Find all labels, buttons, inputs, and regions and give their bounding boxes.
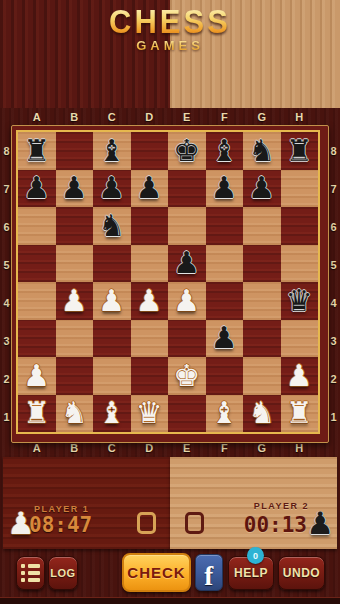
file-labels-top: ABCDEFGH — [18, 109, 322, 125]
square-c4[interactable]: ♟ — [93, 282, 131, 320]
app-title: CHESS — [109, 5, 231, 39]
facebook-button[interactable]: f — [195, 554, 223, 591]
log-button[interactable]: LOG — [48, 556, 78, 590]
white-rook-h1[interactable]: ♜ — [286, 395, 313, 431]
chess-board: ♜♝♚♝♞♜♟♟♟♟♟♟♞♟♟♟♟♟♛♟♟♚♟♜♞♝♛♝♞♜ — [16, 130, 320, 434]
square-e1[interactable] — [168, 395, 206, 433]
rank-label-4: 4 — [328, 284, 339, 322]
square-a1[interactable]: ♜ — [18, 395, 56, 433]
file-label-h: H — [281, 109, 319, 125]
square-g6[interactable] — [243, 207, 281, 245]
bottom-strip — [0, 597, 340, 604]
square-h4[interactable]: ♛ — [281, 282, 319, 320]
square-b6[interactable] — [56, 207, 94, 245]
square-e2[interactable]: ♚ — [168, 357, 206, 395]
square-g4[interactable] — [243, 282, 281, 320]
black-rook-h8[interactable]: ♜ — [286, 133, 313, 169]
square-f7[interactable]: ♟ — [206, 170, 244, 208]
square-h3[interactable] — [281, 320, 319, 358]
black-pawn-e5[interactable]: ♟ — [173, 245, 200, 281]
black-pawn-b7[interactable]: ♟ — [61, 170, 88, 206]
app-subtitle: GAMES — [0, 39, 340, 53]
square-e7[interactable] — [168, 170, 206, 208]
file-label-e: E — [168, 109, 206, 125]
rank-label-7: 7 — [328, 170, 339, 208]
square-c5[interactable] — [93, 245, 131, 283]
player2-name: PLAYER 2 — [254, 501, 309, 511]
square-g3[interactable] — [243, 320, 281, 358]
white-rook-a1[interactable]: ♜ — [23, 395, 50, 431]
file-label-f: F — [206, 109, 244, 125]
square-b1[interactable]: ♞ — [56, 395, 94, 433]
black-pawn-g7[interactable]: ♟ — [248, 170, 275, 206]
square-h5[interactable] — [281, 245, 319, 283]
square-d1[interactable]: ♛ — [131, 395, 169, 433]
chess-board-frame: ♜♝♚♝♞♜♟♟♟♟♟♟♞♟♟♟♟♟♛♟♟♚♟♜♞♝♛♝♞♜ — [11, 125, 329, 443]
square-c1[interactable]: ♝ — [93, 395, 131, 433]
white-king-e2[interactable]: ♚ — [173, 358, 200, 394]
square-b7[interactable]: ♟ — [56, 170, 94, 208]
black-queen-h4[interactable]: ♛ — [286, 283, 313, 319]
square-h8[interactable]: ♜ — [281, 132, 319, 170]
square-e3[interactable] — [168, 320, 206, 358]
square-a2[interactable]: ♟ — [18, 357, 56, 395]
square-d4[interactable]: ♟ — [131, 282, 169, 320]
toolbar: LOG CHECK f HELP 0 UNDO — [0, 549, 340, 604]
file-label-b: B — [56, 109, 94, 125]
square-f2[interactable] — [206, 357, 244, 395]
black-pawn-f7[interactable]: ♟ — [211, 170, 238, 206]
square-e8[interactable]: ♚ — [168, 132, 206, 170]
white-pawn-a2[interactable]: ♟ — [23, 358, 50, 394]
black-pawn-icon: ♟ — [306, 506, 334, 542]
player1-panel: ♟ PLAYER 1 08:47 — [3, 457, 170, 549]
square-e5[interactable]: ♟ — [168, 245, 206, 283]
square-d5[interactable] — [131, 245, 169, 283]
check-button[interactable]: CHECK — [122, 553, 191, 592]
square-e6[interactable] — [168, 207, 206, 245]
black-pawn-d7[interactable]: ♟ — [136, 170, 163, 206]
square-b5[interactable] — [56, 245, 94, 283]
rank-label-8: 8 — [328, 132, 339, 170]
white-bishop-f1[interactable]: ♝ — [211, 395, 238, 431]
player1-capture-counter — [137, 512, 156, 534]
black-bishop-c8[interactable]: ♝ — [98, 133, 125, 169]
black-pawn-f3[interactable]: ♟ — [211, 320, 238, 356]
square-a6[interactable] — [18, 207, 56, 245]
square-d6[interactable] — [131, 207, 169, 245]
rank-label-1: 1 — [328, 398, 339, 436]
square-b2[interactable] — [56, 357, 94, 395]
rank-label-6: 6 — [328, 208, 339, 246]
square-h1[interactable]: ♜ — [281, 395, 319, 433]
square-f3[interactable]: ♟ — [206, 320, 244, 358]
white-knight-b1[interactable]: ♞ — [61, 395, 88, 431]
square-b3[interactable] — [56, 320, 94, 358]
file-label-a: A — [18, 109, 56, 125]
black-knight-g8[interactable]: ♞ — [248, 133, 275, 169]
file-label-g: G — [243, 109, 281, 125]
square-c6[interactable]: ♞ — [93, 207, 131, 245]
white-pawn-c4[interactable]: ♟ — [98, 283, 125, 319]
rank-label-2: 2 — [328, 360, 339, 398]
white-bishop-c1[interactable]: ♝ — [98, 395, 125, 431]
header: CHESS GAMES — [0, 0, 340, 108]
square-g8[interactable]: ♞ — [243, 132, 281, 170]
square-d2[interactable] — [131, 357, 169, 395]
player2-capture-counter — [185, 512, 204, 534]
white-queen-d1[interactable]: ♛ — [136, 395, 163, 431]
white-knight-g1[interactable]: ♞ — [248, 395, 275, 431]
square-g5[interactable] — [243, 245, 281, 283]
file-label-d: D — [131, 109, 169, 125]
menu-list-button[interactable] — [16, 556, 45, 590]
square-a8[interactable]: ♜ — [18, 132, 56, 170]
square-e4[interactable]: ♟ — [168, 282, 206, 320]
square-a4[interactable] — [18, 282, 56, 320]
app-logo: CHESS GAMES — [0, 6, 340, 53]
black-bishop-f8[interactable]: ♝ — [211, 133, 238, 169]
square-f4[interactable] — [206, 282, 244, 320]
rank-label-3: 3 — [328, 322, 339, 360]
player2-panel: PLAYER 2 00:13 ♟ — [170, 457, 337, 549]
black-knight-c6[interactable]: ♞ — [98, 208, 125, 244]
facebook-icon: f — [204, 563, 214, 590]
square-f5[interactable] — [206, 245, 244, 283]
black-pawn-c7[interactable]: ♟ — [98, 170, 125, 206]
file-label-c: C — [93, 109, 131, 125]
square-d7[interactable]: ♟ — [131, 170, 169, 208]
undo-button[interactable]: UNDO — [278, 556, 325, 590]
square-d3[interactable] — [131, 320, 169, 358]
rank-labels-right: 87654321 — [328, 132, 339, 436]
help-badge: 0 — [247, 547, 264, 564]
square-a7[interactable]: ♟ — [18, 170, 56, 208]
black-king-e8[interactable]: ♚ — [173, 133, 200, 169]
list-icon — [21, 564, 40, 582]
player2-clock: 00:13 — [244, 513, 307, 537]
square-g2[interactable] — [243, 357, 281, 395]
square-g1[interactable]: ♞ — [243, 395, 281, 433]
rank-label-5: 5 — [328, 246, 339, 284]
square-b4[interactable]: ♟ — [56, 282, 94, 320]
white-pawn-d4[interactable]: ♟ — [136, 283, 163, 319]
square-h2[interactable]: ♟ — [281, 357, 319, 395]
black-rook-a8[interactable]: ♜ — [23, 133, 50, 169]
square-f6[interactable] — [206, 207, 244, 245]
square-g7[interactable]: ♟ — [243, 170, 281, 208]
square-c7[interactable]: ♟ — [93, 170, 131, 208]
square-f1[interactable]: ♝ — [206, 395, 244, 433]
square-c3[interactable] — [93, 320, 131, 358]
square-f8[interactable]: ♝ — [206, 132, 244, 170]
white-pawn-b4[interactable]: ♟ — [61, 283, 88, 319]
black-pawn-a7[interactable]: ♟ — [23, 170, 50, 206]
square-h7[interactable] — [281, 170, 319, 208]
square-b8[interactable] — [56, 132, 94, 170]
square-c2[interactable] — [93, 357, 131, 395]
square-d8[interactable] — [131, 132, 169, 170]
square-a3[interactable] — [18, 320, 56, 358]
white-pawn-h2[interactable]: ♟ — [286, 358, 313, 394]
player1-clock: 08:47 — [29, 513, 92, 537]
square-h6[interactable] — [281, 207, 319, 245]
square-a5[interactable] — [18, 245, 56, 283]
white-pawn-e4[interactable]: ♟ — [173, 283, 200, 319]
square-c8[interactable]: ♝ — [93, 132, 131, 170]
